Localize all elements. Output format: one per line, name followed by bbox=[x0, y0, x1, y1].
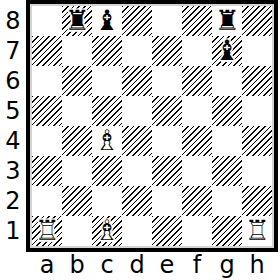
square-h2[interactable] bbox=[242, 186, 272, 216]
square-d7[interactable] bbox=[122, 36, 152, 66]
diagram-layout: 8 7 6 5 4 3 2 1 ♜♜♝♝♜♜♝♝♝♗♜♖♝♗♜♖ a b c d… bbox=[0, 0, 280, 278]
square-d4[interactable] bbox=[122, 126, 152, 156]
square-c5[interactable] bbox=[92, 96, 122, 126]
file-label-d: d bbox=[122, 252, 152, 278]
white-rook-halo: ♜ bbox=[32, 216, 62, 246]
white-bishop-halo: ♝ bbox=[92, 126, 122, 156]
square-g8[interactable]: ♜♜ bbox=[212, 6, 242, 36]
square-f6[interactable] bbox=[182, 66, 212, 96]
square-b1[interactable] bbox=[62, 216, 92, 246]
square-g6[interactable] bbox=[212, 66, 242, 96]
file-labels: a b c d e f g h bbox=[26, 252, 278, 278]
square-h7[interactable] bbox=[242, 36, 272, 66]
rank-label-2: 2 bbox=[0, 186, 26, 216]
black-rook-halo: ♜ bbox=[62, 6, 92, 36]
square-d6[interactable] bbox=[122, 66, 152, 96]
square-f3[interactable] bbox=[182, 156, 212, 186]
square-h6[interactable] bbox=[242, 66, 272, 96]
square-d5[interactable] bbox=[122, 96, 152, 126]
square-g7[interactable]: ♝♝ bbox=[212, 36, 242, 66]
square-b8[interactable]: ♜♜ bbox=[62, 6, 92, 36]
black-rook-halo: ♜ bbox=[212, 6, 242, 36]
square-d2[interactable] bbox=[122, 186, 152, 216]
file-label-a: a bbox=[32, 252, 62, 278]
file-label-b: b bbox=[62, 252, 92, 278]
square-c8[interactable]: ♝♝ bbox=[92, 6, 122, 36]
square-c4[interactable]: ♝♗ bbox=[92, 126, 122, 156]
square-e6[interactable] bbox=[152, 66, 182, 96]
square-b6[interactable] bbox=[62, 66, 92, 96]
square-e2[interactable] bbox=[152, 186, 182, 216]
rank-label-4: 4 bbox=[0, 126, 26, 156]
black-bishop-halo: ♝ bbox=[212, 36, 242, 66]
square-d1[interactable] bbox=[122, 216, 152, 246]
square-e5[interactable] bbox=[152, 96, 182, 126]
square-b4[interactable] bbox=[62, 126, 92, 156]
square-a7[interactable] bbox=[32, 36, 62, 66]
square-f7[interactable] bbox=[182, 36, 212, 66]
square-c6[interactable] bbox=[92, 66, 122, 96]
file-label-f: f bbox=[182, 252, 212, 278]
square-f4[interactable] bbox=[182, 126, 212, 156]
square-g3[interactable] bbox=[212, 156, 242, 186]
square-g4[interactable] bbox=[212, 126, 242, 156]
square-d8[interactable] bbox=[122, 6, 152, 36]
file-label-h: h bbox=[242, 252, 272, 278]
square-d3[interactable] bbox=[122, 156, 152, 186]
square-a6[interactable] bbox=[32, 66, 62, 96]
square-f8[interactable] bbox=[182, 6, 212, 36]
square-c3[interactable] bbox=[92, 156, 122, 186]
file-label-c: c bbox=[92, 252, 122, 278]
square-f2[interactable] bbox=[182, 186, 212, 216]
rank-label-7: 7 bbox=[0, 36, 26, 66]
rank-label-3: 3 bbox=[0, 156, 26, 186]
square-c7[interactable] bbox=[92, 36, 122, 66]
square-b7[interactable] bbox=[62, 36, 92, 66]
board-squares: ♜♜♝♝♜♜♝♝♝♗♜♖♝♗♜♖ bbox=[32, 6, 272, 246]
square-a3[interactable] bbox=[32, 156, 62, 186]
piece-white-rook: ♖ bbox=[242, 216, 272, 246]
rank-label-8: 8 bbox=[0, 6, 26, 36]
corner-spacer bbox=[0, 252, 26, 278]
piece-black-rook: ♜ bbox=[212, 6, 242, 36]
rank-label-5: 5 bbox=[0, 96, 26, 126]
piece-black-bishop: ♝ bbox=[212, 36, 242, 66]
black-bishop-halo: ♝ bbox=[92, 6, 122, 36]
square-h4[interactable] bbox=[242, 126, 272, 156]
square-g5[interactable] bbox=[212, 96, 242, 126]
square-e1[interactable] bbox=[152, 216, 182, 246]
white-rook-halo: ♜ bbox=[242, 216, 272, 246]
square-g2[interactable] bbox=[212, 186, 242, 216]
rank-label-6: 6 bbox=[0, 66, 26, 96]
chess-board-frame: ♜♜♝♝♜♜♝♝♝♗♜♖♝♗♜♖ bbox=[26, 0, 278, 252]
piece-white-bishop: ♗ bbox=[92, 126, 122, 156]
square-f5[interactable] bbox=[182, 96, 212, 126]
square-h1[interactable]: ♜♖ bbox=[242, 216, 272, 246]
square-a8[interactable] bbox=[32, 6, 62, 36]
square-c1[interactable]: ♝♗ bbox=[92, 216, 122, 246]
square-e4[interactable] bbox=[152, 126, 182, 156]
square-f1[interactable] bbox=[182, 216, 212, 246]
square-b2[interactable] bbox=[62, 186, 92, 216]
piece-black-bishop: ♝ bbox=[92, 6, 122, 36]
square-e7[interactable] bbox=[152, 36, 182, 66]
piece-white-bishop: ♗ bbox=[92, 216, 122, 246]
piece-white-rook: ♖ bbox=[32, 216, 62, 246]
white-bishop-halo: ♝ bbox=[92, 216, 122, 246]
square-b5[interactable] bbox=[62, 96, 92, 126]
rank-labels: 8 7 6 5 4 3 2 1 bbox=[0, 0, 26, 252]
square-a1[interactable]: ♜♖ bbox=[32, 216, 62, 246]
square-e8[interactable] bbox=[152, 6, 182, 36]
square-h8[interactable] bbox=[242, 6, 272, 36]
square-h3[interactable] bbox=[242, 156, 272, 186]
square-e3[interactable] bbox=[152, 156, 182, 186]
square-c2[interactable] bbox=[92, 186, 122, 216]
square-a5[interactable] bbox=[32, 96, 62, 126]
file-label-g: g bbox=[212, 252, 242, 278]
chess-diagram-page: 8 7 6 5 4 3 2 1 ♜♜♝♝♜♜♝♝♝♗♜♖♝♗♜♖ a b c d… bbox=[0, 0, 280, 280]
square-h5[interactable] bbox=[242, 96, 272, 126]
rank-label-1: 1 bbox=[0, 216, 26, 246]
file-label-e: e bbox=[152, 252, 182, 278]
square-g1[interactable] bbox=[212, 216, 242, 246]
piece-black-rook: ♜ bbox=[62, 6, 92, 36]
square-b3[interactable] bbox=[62, 156, 92, 186]
square-a4[interactable] bbox=[32, 126, 62, 156]
square-a2[interactable] bbox=[32, 186, 62, 216]
